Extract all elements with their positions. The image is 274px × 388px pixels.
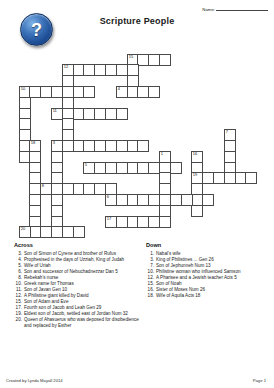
grid-cell[interactable] (245, 172, 257, 184)
cell-number: 6 (107, 195, 109, 199)
across-clue-list: 3.Son of Simon of Cyrene and brother of … (14, 251, 144, 329)
cell-number: 7 (226, 130, 228, 134)
grid-cell[interactable] (40, 226, 52, 238)
cell-number: 19 (193, 173, 197, 177)
worksheet-page: ? Scripture People Name: 151210411718311… (0, 0, 274, 388)
cell-number: 11 (53, 109, 57, 113)
grid-cell[interactable]: 4 (116, 86, 128, 98)
grid-cell[interactable] (73, 226, 85, 238)
cell-number: 18 (31, 141, 35, 145)
cell-number: 3 (53, 141, 55, 145)
cell-number: 4 (118, 87, 120, 91)
down-clue-list: 1.Nabal's wife3.King of Philistines ... … (146, 251, 252, 299)
grid-cell[interactable] (213, 172, 225, 184)
across-header: Across (14, 242, 144, 249)
down-clues: Down 1.Nabal's wife3.King of Philistines… (146, 242, 252, 299)
clue-text: Queen of Ahasuerus who was deposed for d… (24, 317, 144, 329)
cell-number: 15 (129, 55, 133, 59)
grid-cell[interactable] (148, 162, 160, 174)
grid-cell[interactable] (116, 108, 128, 120)
cell-number: 1 (161, 152, 163, 156)
page-title: Scripture People (0, 16, 274, 26)
clue-item: 20.Queen of Ahasuerus who was deposed fo… (14, 317, 144, 329)
grid-cell[interactable]: 11 (51, 108, 63, 120)
grid-cell[interactable]: 8 (40, 183, 52, 195)
grid-cell[interactable] (148, 86, 160, 98)
cell-number: 17 (107, 217, 111, 221)
grid-cell[interactable] (148, 194, 160, 206)
cell-number: 8 (42, 184, 44, 188)
grid-cell[interactable] (170, 162, 182, 174)
clue-number: 18. (146, 293, 154, 299)
grid-cell[interactable] (202, 194, 214, 206)
grid-cell[interactable] (137, 140, 149, 152)
cell-number: 12 (64, 65, 68, 69)
across-clues: Across 3.Son of Simon of Cyrene and brot… (14, 242, 144, 329)
grid-cell[interactable] (191, 205, 203, 217)
clue-number: 20. (14, 317, 22, 329)
grid-cell[interactable] (159, 54, 171, 66)
page-number: Page 1 (253, 378, 266, 383)
clue-text: Wife of Aquila Acts 18 (156, 293, 252, 299)
down-header: Down (146, 242, 252, 249)
grid-cell[interactable] (148, 216, 160, 228)
name-label: Name: (202, 7, 215, 12)
clue-item: 18.Wife of Aquila Acts 18 (146, 293, 252, 299)
name-blank-line[interactable] (216, 6, 268, 11)
grid-cell[interactable] (116, 64, 128, 76)
cell-number: 5 (85, 163, 87, 167)
cell-number: 10 (21, 87, 25, 91)
name-field: Name: (202, 6, 268, 12)
grid-cell[interactable] (181, 194, 193, 206)
grid-cell[interactable] (83, 86, 95, 98)
grid-cell[interactable] (159, 216, 171, 228)
grid-cell[interactable] (51, 86, 63, 98)
created-by-text: Created by Lynda Mayall 2014 (6, 378, 63, 383)
cell-number: 16 (193, 152, 197, 156)
cell-number: 20 (21, 227, 25, 231)
grid-cell[interactable]: 20 (19, 226, 31, 238)
